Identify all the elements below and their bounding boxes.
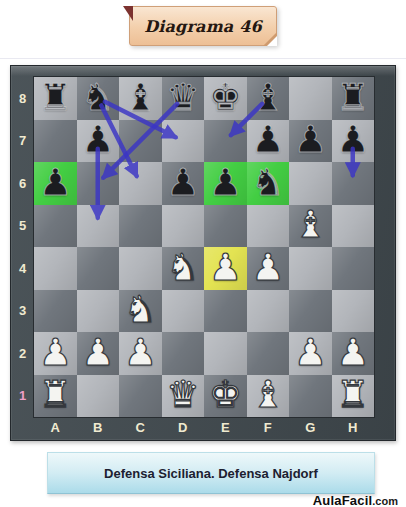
square-g1[interactable] — [289, 375, 332, 418]
black-bishop-c8[interactable]: ♝ — [124, 79, 157, 116]
rank-label-2: 2 — [11, 332, 34, 375]
square-b4[interactable] — [77, 247, 120, 290]
square-g7[interactable]: ♟ — [289, 120, 332, 163]
square-d7[interactable] — [162, 120, 205, 163]
black-pawn-g7[interactable]: ♟ — [294, 121, 327, 158]
square-d1[interactable]: ♛ — [162, 375, 205, 418]
rank-label-5: 5 — [11, 205, 34, 248]
square-d3[interactable] — [162, 290, 205, 333]
black-pawn-d6[interactable]: ♟ — [166, 164, 199, 201]
file-label-f: F — [247, 417, 290, 440]
black-queen-d8[interactable]: ♛ — [166, 79, 199, 116]
square-f1[interactable]: ♝ — [247, 375, 290, 418]
diagram-banner: Diagrama 46 — [129, 6, 277, 46]
rank-label-3: 3 — [11, 290, 34, 333]
square-e1[interactable]: ♚ — [204, 375, 247, 418]
file-label-a: A — [34, 417, 77, 440]
square-b5[interactable] — [77, 205, 120, 248]
divider-line — [0, 58, 406, 59]
square-c4[interactable] — [119, 247, 162, 290]
banner-curl — [267, 36, 277, 46]
square-h6[interactable] — [332, 162, 375, 205]
white-pawn-f4[interactable]: ♟ — [251, 249, 284, 286]
square-h3[interactable] — [332, 290, 375, 333]
white-pawn-c2[interactable]: ♟ — [124, 334, 157, 371]
square-b8[interactable]: ♞ — [77, 77, 120, 120]
square-g5[interactable]: ♝ — [289, 205, 332, 248]
square-e2[interactable] — [204, 332, 247, 375]
square-f7[interactable]: ♟ — [247, 120, 290, 163]
square-a3[interactable] — [34, 290, 77, 333]
square-a4[interactable] — [34, 247, 77, 290]
square-f8[interactable]: ♝ — [247, 77, 290, 120]
square-g2[interactable]: ♟ — [289, 332, 332, 375]
rank-labels: 87654321 — [11, 77, 34, 417]
square-c8[interactable]: ♝ — [119, 77, 162, 120]
square-a7[interactable] — [34, 120, 77, 163]
black-pawn-b7[interactable]: ♟ — [81, 121, 114, 158]
file-label-h: H — [332, 417, 375, 440]
square-h4[interactable] — [332, 247, 375, 290]
square-e6[interactable]: ♟ — [204, 162, 247, 205]
white-rook-h1[interactable]: ♜ — [336, 376, 369, 413]
caption-box: Defensa Siciliana. Defensa Najdorf — [47, 452, 375, 494]
square-f6[interactable]: ♞ — [247, 162, 290, 205]
square-b7[interactable]: ♟ — [77, 120, 120, 163]
file-label-e: E — [204, 417, 247, 440]
square-d6[interactable]: ♟ — [162, 162, 205, 205]
black-knight-b8[interactable]: ♞ — [81, 79, 114, 116]
file-labels: ABCDEFGH — [34, 417, 374, 440]
white-pawn-e4[interactable]: ♟ — [209, 249, 242, 286]
square-b3[interactable] — [77, 290, 120, 333]
white-pawn-b2[interactable]: ♟ — [81, 334, 114, 371]
black-pawn-e6[interactable]: ♟ — [209, 164, 242, 201]
square-b1[interactable] — [77, 375, 120, 418]
square-a8[interactable]: ♜ — [34, 77, 77, 120]
chessboard-frame: 87654321 ♜♞♝♛♚♝♜♟♟♟♟♟♟♟♞♝♞♟♟♞♟♟♟♟♟♜♛♚♝♜ … — [10, 65, 396, 441]
file-label-d: D — [162, 417, 205, 440]
square-c5[interactable] — [119, 205, 162, 248]
black-pawn-a6[interactable]: ♟ — [39, 164, 72, 201]
square-e5[interactable] — [204, 205, 247, 248]
file-label-c: C — [119, 417, 162, 440]
square-d2[interactable] — [162, 332, 205, 375]
square-f5[interactable] — [247, 205, 290, 248]
square-h5[interactable] — [332, 205, 375, 248]
rank-label-1: 1 — [11, 375, 34, 418]
white-rook-a1[interactable]: ♜ — [39, 376, 72, 413]
square-c1[interactable] — [119, 375, 162, 418]
brand-name: AulaFacil — [313, 493, 373, 507]
square-h2[interactable]: ♟ — [332, 332, 375, 375]
square-a5[interactable] — [34, 205, 77, 248]
white-pawn-h2[interactable]: ♟ — [336, 334, 369, 371]
square-g6[interactable] — [289, 162, 332, 205]
white-pawn-a2[interactable]: ♟ — [39, 334, 72, 371]
square-b6[interactable] — [77, 162, 120, 205]
black-rook-h8[interactable]: ♜ — [336, 79, 369, 116]
banner-fold-corner — [123, 6, 133, 21]
square-e4[interactable]: ♟ — [204, 247, 247, 290]
site-brand: AulaFacil.com — [313, 491, 398, 507]
square-c7[interactable] — [119, 120, 162, 163]
black-bishop-f8[interactable]: ♝ — [251, 79, 284, 116]
rank-label-8: 8 — [11, 77, 34, 120]
brand-domain: .com — [372, 495, 398, 507]
square-a1[interactable]: ♜ — [34, 375, 77, 418]
white-bishop-g5[interactable]: ♝ — [294, 206, 327, 243]
square-b2[interactable]: ♟ — [77, 332, 120, 375]
square-c3[interactable]: ♞ — [119, 290, 162, 333]
square-c2[interactable]: ♟ — [119, 332, 162, 375]
square-g3[interactable] — [289, 290, 332, 333]
square-h7[interactable]: ♟ — [332, 120, 375, 163]
square-h1[interactable]: ♜ — [332, 375, 375, 418]
rank-label-4: 4 — [11, 247, 34, 290]
square-a6[interactable]: ♟ — [34, 162, 77, 205]
black-pawn-h7[interactable]: ♟ — [336, 121, 369, 158]
square-f2[interactable] — [247, 332, 290, 375]
square-g8[interactable] — [289, 77, 332, 120]
white-king-e1[interactable]: ♚ — [209, 376, 242, 413]
rank-label-7: 7 — [11, 120, 34, 163]
black-knight-f6[interactable]: ♞ — [251, 164, 284, 201]
file-label-b: B — [77, 417, 120, 440]
square-d8[interactable]: ♛ — [162, 77, 205, 120]
file-label-g: G — [289, 417, 332, 440]
white-bishop-f1[interactable]: ♝ — [251, 376, 284, 413]
white-queen-d1[interactable]: ♛ — [166, 376, 199, 413]
square-f3[interactable] — [247, 290, 290, 333]
square-d5[interactable] — [162, 205, 205, 248]
square-e8[interactable]: ♚ — [204, 77, 247, 120]
white-knight-d4[interactable]: ♞ — [166, 249, 199, 286]
black-pawn-f7[interactable]: ♟ — [251, 121, 284, 158]
square-d4[interactable]: ♞ — [162, 247, 205, 290]
board-grid[interactable]: ♜♞♝♛♚♝♜♟♟♟♟♟♟♟♞♝♞♟♟♞♟♟♟♟♟♜♛♚♝♜ — [34, 77, 374, 417]
square-f4[interactable]: ♟ — [247, 247, 290, 290]
caption-text: Defensa Siciliana. Defensa Najdorf — [104, 466, 318, 481]
square-e7[interactable] — [204, 120, 247, 163]
square-a2[interactable]: ♟ — [34, 332, 77, 375]
white-pawn-g2[interactable]: ♟ — [294, 334, 327, 371]
white-knight-c3[interactable]: ♞ — [124, 291, 157, 328]
black-king-e8[interactable]: ♚ — [209, 79, 242, 116]
diagram-title: Diagrama 46 — [144, 17, 262, 36]
square-h8[interactable]: ♜ — [332, 77, 375, 120]
rank-label-6: 6 — [11, 162, 34, 205]
square-c6[interactable] — [119, 162, 162, 205]
square-e3[interactable] — [204, 290, 247, 333]
black-rook-a8[interactable]: ♜ — [39, 79, 72, 116]
square-g4[interactable] — [289, 247, 332, 290]
